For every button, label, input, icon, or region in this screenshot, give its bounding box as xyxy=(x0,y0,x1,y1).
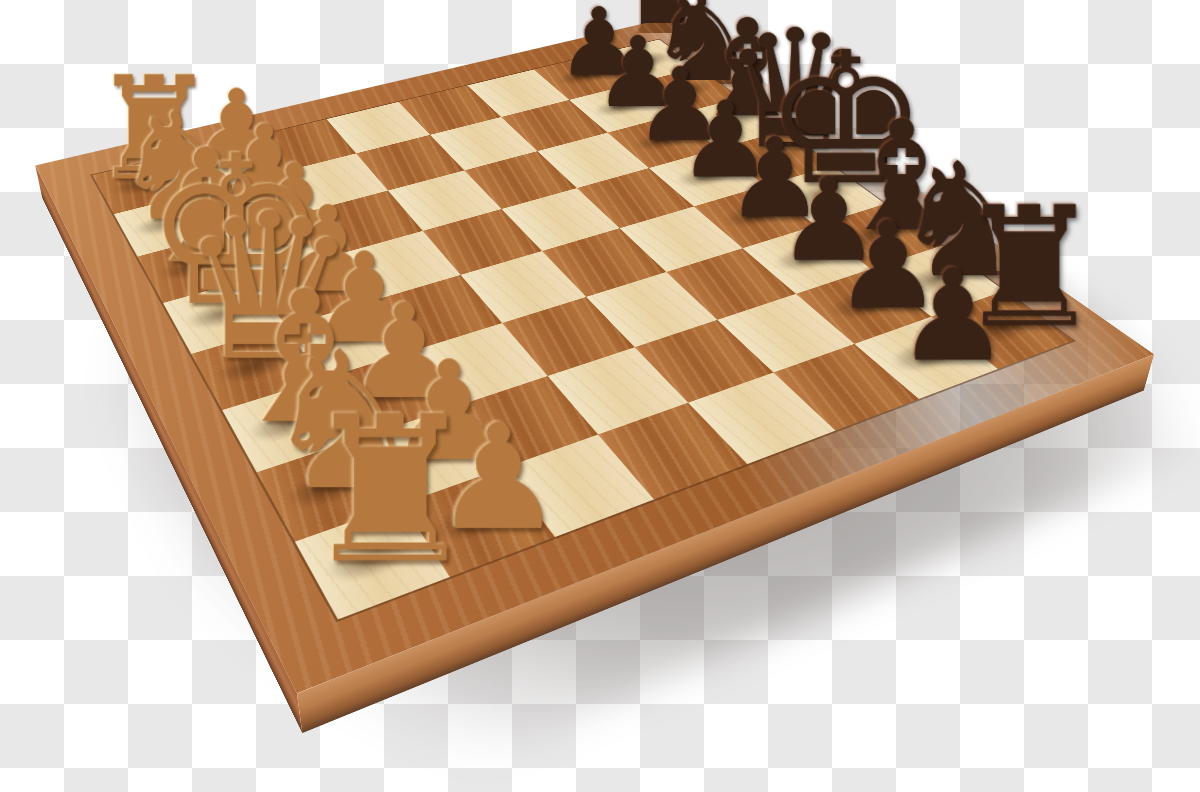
chess-board: ♜♞♝♚♛♝♞♜♟♟♟♟♟♟♟♟♟♟♟♟♟♟♟♟♜♞♝♛♚♝♞♜ xyxy=(35,17,1154,693)
black-pawn-icon: ♟ xyxy=(896,252,1009,378)
square-f4 xyxy=(502,297,635,376)
square-h4 xyxy=(598,403,747,500)
board-3d-stage: ♜♞♝♚♛♝♞♜♟♟♟♟♟♟♟♟♟♟♟♟♟♟♟♟♜♞♝♛♚♝♞♜ xyxy=(0,0,1200,792)
square-f5 xyxy=(586,272,717,347)
square-h5 xyxy=(688,373,835,465)
square-g4 xyxy=(548,347,688,434)
square-e4 xyxy=(461,251,587,323)
white-rook-icon: ♜ xyxy=(300,389,481,590)
square-g5 xyxy=(635,320,774,403)
chess-set-photo: ♜♞♝♚♛♝♞♜♟♟♟♟♟♟♟♟♟♟♟♟♟♟♟♟♜♞♝♛♚♝♞♜ xyxy=(0,0,1200,792)
